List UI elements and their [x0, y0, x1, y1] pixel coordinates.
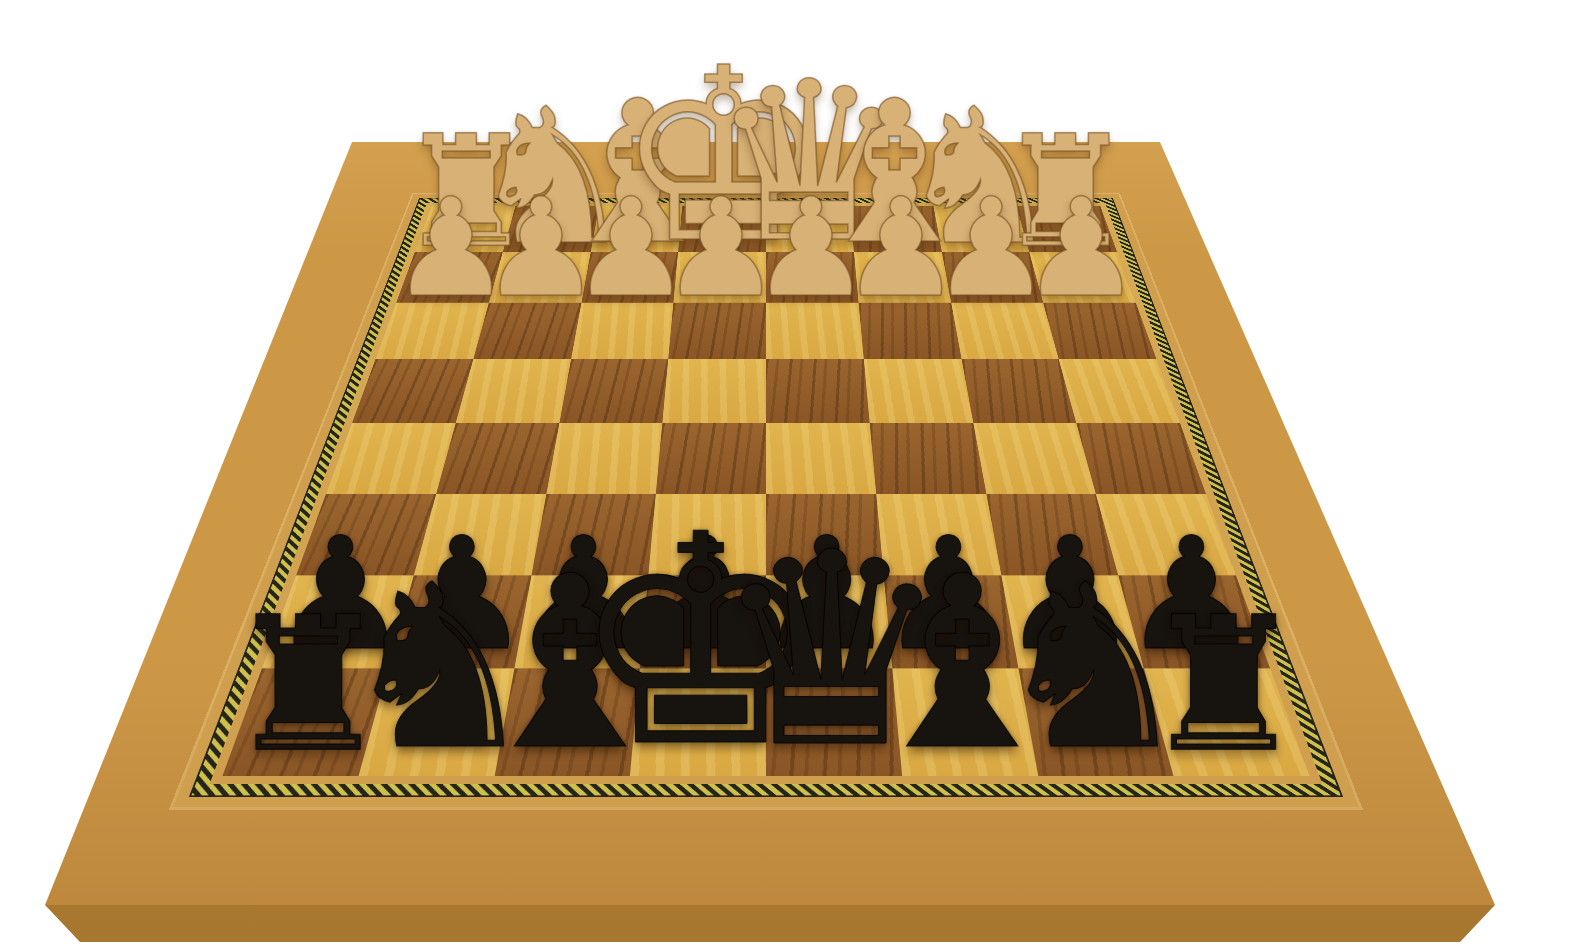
- piece-black-rook: ♜: [1131, 593, 1317, 779]
- chess-photo-scene: ♜♞♝♚♛♝♞♜♟♟♟♟♟♟♟♟♟♟♟♟♟♟♟♟♜♞♝♚♛♝♞♜: [0, 0, 1571, 952]
- pieces-layer: ♜♞♝♚♛♝♞♜♟♟♟♟♟♟♟♟♟♟♟♟♟♟♟♟♜♞♝♚♛♝♞♜: [0, 0, 1571, 952]
- piece-white-pawn: ♟: [1013, 181, 1149, 317]
